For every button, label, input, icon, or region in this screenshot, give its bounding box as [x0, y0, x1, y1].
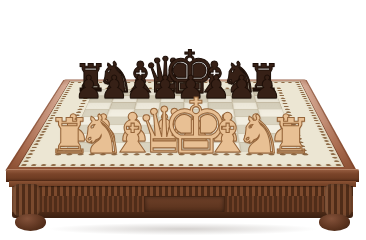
piece-white-rook-h1: ♜ [269, 112, 312, 160]
piece-black-pawn-a7: ♟ [74, 72, 102, 103]
piece-black-pawn-b7: ♟ [100, 72, 128, 103]
piece-black-pawn-g7: ♟ [228, 72, 256, 103]
chess-set-photo: ♜♞♝♛♚♝♞♜♟♟♟♟♟♟♟♟♟♟♟♟♟♟♟♟♜♞♝♛♚♝♞♜ [0, 0, 366, 240]
piece-black-pawn-h7: ♟ [253, 72, 281, 103]
pieces-layer: ♜♞♝♛♚♝♞♜♟♟♟♟♟♟♟♟♟♟♟♟♟♟♟♟♜♞♝♛♚♝♞♜ [0, 0, 366, 240]
